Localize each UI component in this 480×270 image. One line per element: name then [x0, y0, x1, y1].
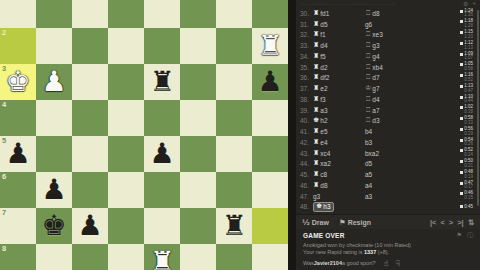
side-panel: ········································…: [296, 0, 480, 270]
nav-last-icon[interactable]: >|: [457, 218, 463, 227]
white-rook-icon: ♜: [313, 21, 319, 28]
move-text: d4: [372, 96, 379, 103]
move-number: 45.: [296, 171, 313, 178]
draw-half-icon: ½: [302, 218, 310, 227]
white-move[interactable]: ♜d4: [313, 42, 365, 49]
panel-header-text: ········································…: [300, 1, 395, 7]
move-number: 38.: [296, 96, 313, 103]
game-over-description: Anokigad won by checkmate (10 min Rated): [303, 242, 473, 248]
move-text: d8: [320, 182, 327, 189]
white-rook-icon: ♜: [313, 150, 319, 157]
move-row-35: 35.♜d2♖xb41:050:58: [296, 62, 480, 73]
panel-header: ········································…: [296, 0, 480, 7]
white-rook-icon: ♜: [313, 64, 319, 71]
black-king-icon: ♔: [365, 85, 371, 92]
black-rook[interactable]: ♜: [216, 208, 252, 244]
square-d8[interactable]: ♜: [144, 244, 180, 270]
white-king-icon: ♚: [313, 117, 319, 124]
rating-line: Your new Rapid rating is 1337 (+8).: [303, 249, 473, 255]
black-move[interactable]: ♖a7: [365, 107, 423, 114]
square-b2[interactable]: [216, 28, 252, 64]
square-d1[interactable]: [144, 0, 180, 28]
square-h8[interactable]: 8: [0, 244, 36, 270]
move-number: 37.: [296, 85, 313, 92]
square-g2[interactable]: [36, 28, 72, 64]
white-rook-icon: ♜: [313, 128, 319, 135]
white-move[interactable]: ♜e4: [313, 139, 365, 146]
square-b7[interactable]: ♜: [216, 208, 252, 244]
white-clock-icon: [460, 117, 463, 120]
square-f4[interactable]: [72, 100, 108, 136]
move-number: 47.: [296, 193, 313, 200]
move-row-48: 48.♚h30:45: [296, 202, 480, 213]
move-times: 0:520:24: [460, 148, 473, 157]
black-move[interactable]: ♔g7: [365, 85, 423, 92]
white-move[interactable]: ♜e2: [313, 85, 365, 92]
square-a4[interactable]: [252, 100, 288, 136]
black-rook-icon: ♖: [365, 96, 371, 103]
square-a6[interactable]: [252, 172, 288, 208]
square-e4[interactable]: [108, 100, 144, 136]
square-h2[interactable]: 2: [0, 28, 36, 64]
move-number: 32.: [296, 31, 313, 38]
white-clock-icon: [460, 10, 463, 13]
white-rook-icon: ♜: [313, 160, 319, 167]
move-text: g7: [372, 85, 379, 92]
white-pawn[interactable]: ♟: [36, 64, 72, 100]
white-move[interactable]: ♚h3: [313, 202, 365, 212]
move-times: 0:580:33: [460, 116, 473, 125]
square-f8[interactable]: [72, 244, 108, 270]
app-window: 2♜3♚♟♜♟45♟♟6♟7♚♟♜8♜ ····················…: [0, 0, 480, 270]
black-move[interactable]: ♖xe3: [365, 31, 423, 38]
thumbs-up-icon[interactable]: ☝: [384, 259, 389, 268]
square-c4[interactable]: [180, 100, 216, 136]
move-row-40: 40.♚h2♖d30:580:33: [296, 116, 480, 127]
draw-button-label: Draw: [312, 219, 329, 226]
rating-value: 1337: [364, 249, 376, 255]
square-a1[interactable]: [252, 0, 288, 28]
rating-suffix: (+8).: [376, 249, 389, 255]
square-b3[interactable]: [216, 64, 252, 100]
square-c2[interactable]: [180, 28, 216, 64]
move-number: 44.: [296, 160, 313, 167]
move-number: 33.: [296, 42, 313, 49]
move-text: h2: [320, 117, 327, 124]
black-rook-icon: ♖: [365, 42, 371, 49]
chess-board: 2♜3♚♟♜♟45♟♟6♟7♚♟♜8♜: [0, 0, 288, 270]
flag-icon[interactable]: ⚑: [457, 231, 462, 240]
move-text: xa2: [320, 160, 330, 167]
black-pawn[interactable]: ♟: [36, 172, 72, 208]
white-move[interactable]: ♜df2: [313, 74, 365, 81]
white-move[interactable]: g3: [313, 193, 365, 200]
move-text: d8: [372, 10, 379, 17]
move-times: 1:181:28: [460, 19, 473, 28]
black-move[interactable]: a5: [365, 171, 423, 178]
square-c6[interactable]: [180, 172, 216, 208]
square-a5[interactable]: [252, 136, 288, 172]
sport-suffix: a good sport?: [342, 260, 376, 266]
white-clock-icon: [460, 74, 463, 77]
black-move[interactable]: a4: [365, 182, 423, 189]
move-text: d3: [372, 117, 379, 124]
rating-prefix: Your new Rapid rating is: [303, 249, 364, 255]
black-move[interactable]: ♖d8: [365, 10, 423, 17]
move-times: 1:020:38: [460, 105, 473, 114]
thumbs-down-icon[interactable]: ☟: [395, 259, 400, 268]
expand-icon[interactable]: +: [472, 0, 476, 7]
move-row-43: 43.♜xc4bxa20:520:24: [296, 148, 480, 159]
move-row-30: 30.♜fd1♖d81:241:35: [296, 8, 480, 19]
move-text: b4: [365, 128, 372, 135]
black-pawn[interactable]: ♟: [0, 136, 36, 172]
move-number: 35.: [296, 64, 313, 71]
white-move[interactable]: ♜fd1: [313, 10, 365, 17]
move-text: g6: [365, 21, 372, 28]
square-g3[interactable]: ♟: [36, 64, 72, 100]
nav-next-icon[interactable]: >: [449, 218, 453, 227]
move-times: 1:160:52: [460, 73, 473, 82]
square-e6[interactable]: [108, 172, 144, 208]
move-times: 0:45: [460, 205, 473, 210]
draw-button[interactable]: ½ Draw: [302, 218, 329, 227]
square-g4[interactable]: [36, 100, 72, 136]
square-c7[interactable]: [180, 208, 216, 244]
white-move[interactable]: ♜f3: [313, 96, 365, 103]
square-g8[interactable]: [36, 244, 72, 270]
square-e1[interactable]: [108, 0, 144, 28]
move-text: h3: [323, 203, 330, 211]
move-number: 40.: [296, 117, 313, 124]
move-row-37: 37.♜e2♔g71:130:47: [296, 83, 480, 94]
black-rook[interactable]: ♜: [144, 64, 180, 100]
black-pawn[interactable]: ♟: [144, 136, 180, 172]
game-over-title: GAME OVER: [303, 232, 345, 239]
move-times: 0:480:19: [460, 170, 473, 179]
move-text: d2: [320, 64, 327, 71]
move-times: 1:050:58: [460, 62, 473, 71]
black-rook-icon: ♖: [365, 64, 371, 71]
square-c1[interactable]: [180, 0, 216, 28]
square-f5[interactable]: [72, 136, 108, 172]
square-h4[interactable]: 4: [0, 100, 36, 136]
move-text: fd1: [320, 10, 329, 17]
white-clock-icon: [460, 128, 463, 131]
move-times: 0:470:17: [460, 181, 473, 190]
square-h5[interactable]: 5♟: [0, 136, 36, 172]
square-h3[interactable]: 3♚: [0, 64, 36, 100]
white-clock-icon: [460, 53, 463, 56]
square-d2[interactable]: [144, 28, 180, 64]
move-row-38: 38.♜f3♖d41:100:44: [296, 94, 480, 105]
square-d5[interactable]: ♟: [144, 136, 180, 172]
move-number: 31.: [296, 21, 313, 28]
move-row-33: 33.♜d4♖g31:121:13: [296, 40, 480, 51]
move-row-45: 45.♜c8a50:480:19: [296, 169, 480, 180]
white-move[interactable]: ♚h2: [313, 117, 365, 124]
square-d4[interactable]: [144, 100, 180, 136]
move-text: xe3: [372, 31, 382, 38]
move-text: g3: [372, 42, 379, 49]
square-b5[interactable]: [216, 136, 252, 172]
resign-flag-icon: ⚑: [339, 218, 346, 227]
square-c5[interactable]: [180, 136, 216, 172]
white-rook-icon: ♜: [313, 31, 319, 38]
resign-button-label: Resign: [348, 219, 371, 226]
move-number: 46.: [296, 182, 313, 189]
square-f7[interactable]: ♟: [72, 208, 108, 244]
square-b4[interactable]: [216, 100, 252, 136]
move-times: 0:560:29: [460, 127, 473, 136]
move-times: 1:091:07: [460, 52, 473, 61]
square-c8[interactable]: [180, 244, 216, 270]
square-f2[interactable]: [72, 28, 108, 64]
move-text: bxa2: [365, 150, 379, 157]
move-text: d7: [372, 74, 379, 81]
move-text: b3: [365, 139, 372, 146]
square-e3[interactable]: [108, 64, 144, 100]
move-times: 1:130:47: [460, 84, 473, 93]
move-row-34: 34.♜f5♖g41:091:07: [296, 51, 480, 62]
black-king[interactable]: ♚: [36, 208, 72, 244]
white-clock-icon: [460, 42, 463, 45]
move-text: xb4: [372, 64, 382, 71]
move-text: df2: [320, 74, 329, 81]
rank-label-7: 7: [2, 209, 6, 217]
white-rook-icon: ♜: [313, 10, 319, 17]
move-text: f3: [320, 96, 325, 103]
white-clock-icon: [460, 106, 463, 109]
square-g1[interactable]: [36, 0, 72, 28]
black-move[interactable]: ♖g3: [365, 42, 423, 49]
black-move[interactable]: g6: [365, 21, 423, 28]
white-rook-icon: ♜: [313, 96, 319, 103]
square-g5[interactable]: [36, 136, 72, 172]
black-move[interactable]: ♖xb4: [365, 64, 423, 71]
white-move[interactable]: ♜c8: [313, 171, 365, 178]
white-king[interactable]: ♚: [0, 64, 36, 100]
black-rook-icon: ♖: [365, 31, 371, 38]
move-text: a4: [365, 182, 372, 189]
move-row-39: 39.♜a3♖a71:020:38: [296, 105, 480, 116]
square-e8[interactable]: [108, 244, 144, 270]
white-king-icon: ♚: [316, 203, 322, 210]
square-e7[interactable]: [108, 208, 144, 244]
square-d6[interactable]: [144, 172, 180, 208]
nav-prev-icon[interactable]: <: [440, 218, 444, 227]
white-clock-icon: [460, 85, 463, 88]
white-clock-icon: [460, 182, 463, 185]
black-move[interactable]: ♖d7: [365, 74, 423, 81]
move-times: 1:121:13: [460, 41, 473, 50]
move-text: e2: [320, 85, 327, 92]
white-move[interactable]: ♜d8: [313, 182, 365, 189]
move-text: f5: [320, 53, 325, 60]
square-f1[interactable]: [72, 0, 108, 28]
black-rook-icon: ♖: [365, 53, 371, 60]
scrollbar[interactable]: [477, 10, 479, 206]
white-clock-icon: [460, 96, 463, 99]
black-move[interactable]: d5: [365, 160, 423, 167]
black-rook-icon: ♖: [365, 74, 371, 81]
white-rook-icon: ♜: [313, 171, 319, 178]
move-row-36: 36.♜df2♖d71:160:52: [296, 73, 480, 84]
black-move[interactable]: ♖d3: [365, 117, 423, 124]
black-move[interactable]: b3: [365, 139, 423, 146]
black-rook-icon: ♖: [365, 10, 371, 17]
rank-label-6: 6: [2, 173, 6, 181]
square-f3[interactable]: [72, 64, 108, 100]
black-pawn[interactable]: ♟: [72, 208, 108, 244]
move-text: f1: [320, 31, 325, 38]
move-number: 30.: [296, 10, 313, 17]
white-clock-icon: [460, 63, 463, 66]
white-rook-icon: ♜: [313, 139, 319, 146]
move-text: a3: [320, 107, 327, 114]
move-text: e4: [320, 139, 327, 146]
white-rook-icon: ♜: [313, 53, 319, 60]
gear-icon[interactable]: ⚙: [463, 0, 468, 7]
sportsmanship-line: Was Javier2104 a good sport? ☝ ☟: [303, 259, 473, 268]
square-a7[interactable]: [252, 208, 288, 244]
game-over-section: GAME OVER ⚑ ⓘ Anokigad won by checkmate …: [303, 231, 473, 270]
sport-prefix: Was: [303, 260, 314, 266]
move-row-46: 46.♜d8a40:470:17: [296, 180, 480, 191]
square-h7[interactable]: 7: [0, 208, 36, 244]
move-row-41: 41.♜e5b40:560:29: [296, 126, 480, 137]
move-times: 1:241:35: [460, 9, 473, 18]
move-times: 1:100:44: [460, 95, 473, 104]
white-move[interactable]: ♜d5: [313, 21, 365, 28]
square-h1[interactable]: [0, 0, 36, 28]
black-rook-icon: ♖: [365, 107, 371, 114]
white-clock-icon: [460, 31, 463, 34]
move-times: 0:460:15: [460, 191, 473, 200]
move-row-32: 32.♜f1♖xe31:151:20: [296, 30, 480, 41]
move-number: 39.: [296, 107, 313, 114]
info-icon[interactable]: ⓘ: [467, 231, 473, 240]
move-text: g4: [372, 53, 379, 60]
move-text: a5: [365, 171, 372, 178]
square-g7[interactable]: ♚: [36, 208, 72, 244]
rank-label-2: 2: [2, 29, 6, 37]
black-move[interactable]: bxa2: [365, 150, 423, 157]
black-rook-icon: ♖: [365, 117, 371, 124]
move-number: 48.: [296, 203, 313, 210]
move-text: d5: [320, 21, 327, 28]
move-number: 34.: [296, 53, 313, 60]
square-b1[interactable]: [216, 0, 252, 28]
square-a8[interactable]: [252, 244, 288, 270]
square-b8[interactable]: [216, 244, 252, 270]
white-rook-icon: ♜: [313, 74, 319, 81]
white-move[interactable]: ♜e5: [313, 128, 365, 135]
move-number: 41.: [296, 128, 313, 135]
move-list: 30.♜fd1♖d81:241:3531.♜d5g61:181:2832.♜f1…: [296, 8, 480, 212]
white-move[interactable]: ♜a3: [313, 107, 365, 114]
move-row-44: 44.♜xa2d50:500:21: [296, 159, 480, 170]
white-clock-icon: [460, 149, 463, 152]
square-a3[interactable]: ♟: [252, 64, 288, 100]
square-d3[interactable]: ♜: [144, 64, 180, 100]
black-move[interactable]: b4: [365, 128, 423, 135]
white-move[interactable]: ♜xc4: [313, 150, 365, 157]
square-h6[interactable]: 6: [0, 172, 36, 208]
move-number: 43.: [296, 150, 313, 157]
move-times: 0:540:26: [460, 138, 473, 147]
move-row-31: 31.♜d5g61:181:28: [296, 19, 480, 30]
rank-label-4: 4: [2, 101, 6, 109]
black-pawn[interactable]: ♟: [252, 64, 288, 100]
black-move[interactable]: a3: [365, 193, 423, 200]
move-text: g3: [313, 193, 320, 200]
flip-board-icon[interactable]: ⇅: [468, 218, 474, 227]
controls-bar: ½ Draw ⚑ Resign |< < > >| ⇅: [296, 214, 480, 229]
square-a2[interactable]: ♜: [252, 28, 288, 64]
white-clock-icon: [460, 20, 463, 23]
white-clock-icon: [460, 139, 463, 142]
white-rook[interactable]: ♜: [252, 28, 288, 64]
square-g6[interactable]: ♟: [36, 172, 72, 208]
white-clock-icon: [460, 171, 463, 174]
move-row-42: 42.♜e4b30:540:26: [296, 137, 480, 148]
white-clock-icon: [460, 192, 463, 195]
white-rook-icon: ♜: [313, 42, 319, 49]
square-e2[interactable]: [108, 28, 144, 64]
square-f6[interactable]: [72, 172, 108, 208]
black-move[interactable]: ♖g4: [365, 53, 423, 60]
move-number: 36.: [296, 74, 313, 81]
nav-first-icon[interactable]: |<: [430, 218, 436, 227]
square-e5[interactable]: [108, 136, 144, 172]
move-row-47: 47.g3a30:460:15: [296, 191, 480, 202]
move-text: a3: [365, 193, 372, 200]
white-clock-icon: [460, 160, 463, 163]
white-clock-icon: [460, 205, 463, 208]
resign-button[interactable]: ⚑ Resign: [339, 218, 371, 227]
square-b6[interactable]: [216, 172, 252, 208]
move-text: a7: [372, 107, 379, 114]
white-rook-icon: ♜: [313, 182, 319, 189]
black-move[interactable]: ♖d4: [365, 96, 423, 103]
move-text: d5: [365, 160, 372, 167]
white-move[interactable]: ♜xa2: [313, 160, 365, 167]
white-move[interactable]: ♜f1: [313, 31, 365, 38]
opponent-name: Javier2104: [314, 260, 342, 266]
square-c3[interactable]: [180, 64, 216, 100]
move-times: 0:500:21: [460, 159, 473, 168]
white-rook-icon: ♜: [313, 107, 319, 114]
move-text: c8: [320, 171, 327, 178]
white-move[interactable]: ♜d2: [313, 64, 365, 71]
rank-label-8: 8: [2, 245, 6, 253]
white-rook-icon: ♜: [313, 85, 319, 92]
white-move[interactable]: ♜f5: [313, 53, 365, 60]
move-number: 42.: [296, 139, 313, 146]
move-times: 1:151:20: [460, 30, 473, 39]
white-rook[interactable]: ♜: [144, 244, 180, 270]
move-text: d4: [320, 42, 327, 49]
move-nav: |< < > >| ⇅: [430, 218, 474, 227]
move-text: xc4: [320, 150, 330, 157]
move-text: e5: [320, 128, 327, 135]
square-d7[interactable]: [144, 208, 180, 244]
